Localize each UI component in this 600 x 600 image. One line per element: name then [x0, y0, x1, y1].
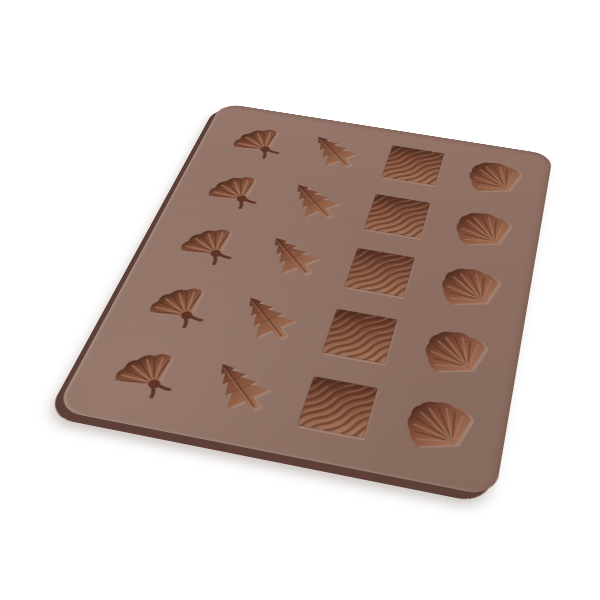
cavity-row4-col4-madeleine-shell [403, 314, 505, 393]
product-photo-scene [0, 0, 600, 600]
cavity-row3-col4-madeleine-shell [421, 254, 516, 324]
cavity-row1-col4-madeleine-shell [451, 150, 536, 207]
cavity-row1-col1-fluted-fan [210, 114, 301, 168]
mold-face [55, 103, 553, 497]
cavity-row5-col1-fluted-fan [84, 330, 202, 412]
cavity-row2-col1-fluted-fan [183, 160, 280, 219]
cavity-row2-col3-ribbed-square [351, 186, 443, 248]
cavity-row4-col2-christmas-tree [213, 282, 320, 357]
cavity-row4-col1-fluted-fan [121, 267, 231, 340]
chocolate-mold [55, 103, 553, 497]
cavity-row3-col1-fluted-fan [154, 210, 257, 275]
cavity-row5-col4-madeleine-shell [383, 383, 492, 472]
cavity-row1-col3-ribbed-square [369, 138, 456, 194]
cavity-grid [55, 103, 553, 497]
cavity-row3-col2-christmas-tree [241, 224, 342, 291]
cavity-row5-col2-christmas-tree [181, 347, 296, 431]
cavity-row1-col2-christmas-tree [289, 126, 378, 181]
cavity-row2-col4-madeleine-shell [437, 199, 527, 262]
cavity-row2-col2-christmas-tree [266, 173, 360, 233]
cavity-row4-col3-ribbed-square [307, 298, 412, 375]
cavity-row5-col3-ribbed-square [281, 365, 393, 451]
cavity-row3-col3-ribbed-square [330, 239, 428, 308]
